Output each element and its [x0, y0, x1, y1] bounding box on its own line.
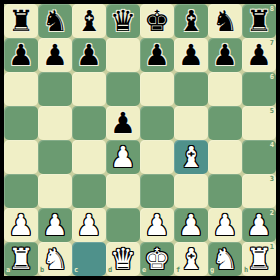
- square-g7[interactable]: ♟: [208, 38, 242, 72]
- coord-rank-4: 4: [270, 142, 274, 149]
- piece-white-pawn[interactable]: ♟: [42, 208, 68, 242]
- coord-rank-8: 8: [270, 6, 274, 13]
- square-e8[interactable]: ♚: [140, 4, 174, 38]
- coord-rank-1: 1: [270, 244, 274, 251]
- square-c5[interactable]: [72, 106, 106, 140]
- square-h7[interactable]: ♟7: [242, 38, 276, 72]
- square-b4[interactable]: [38, 140, 72, 174]
- piece-white-pawn[interactable]: ♟: [178, 208, 204, 242]
- square-a4[interactable]: [4, 140, 38, 174]
- square-g2[interactable]: ♟: [208, 208, 242, 242]
- square-f1[interactable]: ♝f: [174, 242, 208, 276]
- piece-white-pawn[interactable]: ♟: [144, 208, 170, 242]
- square-e7[interactable]: ♟: [140, 38, 174, 72]
- piece-white-pawn[interactable]: ♟: [76, 208, 102, 242]
- square-c8[interactable]: ♝: [72, 4, 106, 38]
- square-h5[interactable]: 5: [242, 106, 276, 140]
- square-d1[interactable]: ♛d: [106, 242, 140, 276]
- coord-file-h: h: [244, 267, 248, 274]
- square-g6[interactable]: [208, 72, 242, 106]
- piece-white-pawn[interactable]: ♟: [246, 208, 272, 242]
- square-g1[interactable]: ♞g: [208, 242, 242, 276]
- piece-white-knight[interactable]: ♞: [42, 242, 68, 276]
- square-d6[interactable]: [106, 72, 140, 106]
- piece-black-knight[interactable]: ♞: [212, 4, 238, 38]
- square-e5[interactable]: [140, 106, 174, 140]
- coord-file-a: a: [6, 267, 10, 274]
- coord-file-f: f: [176, 267, 180, 274]
- coord-file-g: g: [210, 267, 214, 274]
- square-g3[interactable]: [208, 174, 242, 208]
- square-c4[interactable]: [72, 140, 106, 174]
- square-g5[interactable]: [208, 106, 242, 140]
- square-f6[interactable]: [174, 72, 208, 106]
- square-f4[interactable]: ♝: [174, 140, 208, 174]
- square-g4[interactable]: [208, 140, 242, 174]
- piece-white-king[interactable]: ♚: [144, 242, 170, 276]
- square-a3[interactable]: [4, 174, 38, 208]
- square-e3[interactable]: [140, 174, 174, 208]
- piece-white-pawn[interactable]: ♟: [110, 140, 136, 174]
- piece-white-pawn[interactable]: ♟: [8, 208, 34, 242]
- square-c1[interactable]: c: [72, 242, 106, 276]
- square-g8[interactable]: ♞: [208, 4, 242, 38]
- piece-white-rook[interactable]: ♜: [246, 242, 272, 276]
- square-a7[interactable]: ♟: [4, 38, 38, 72]
- square-b3[interactable]: [38, 174, 72, 208]
- piece-white-queen[interactable]: ♛: [110, 242, 136, 276]
- chess-board: ♜♞♝♛♚♝♞♜8♟♟♟♟♟♟♟76♟5♟♝43♟♟♟♟♟♟♟2♜a♞bc♛d♚…: [4, 4, 276, 276]
- piece-white-knight[interactable]: ♞: [212, 242, 238, 276]
- square-c2[interactable]: ♟: [72, 208, 106, 242]
- square-b7[interactable]: ♟: [38, 38, 72, 72]
- square-h1[interactable]: ♜1h: [242, 242, 276, 276]
- square-e1[interactable]: ♚e: [140, 242, 174, 276]
- square-a6[interactable]: [4, 72, 38, 106]
- square-f7[interactable]: ♟: [174, 38, 208, 72]
- piece-black-pawn[interactable]: ♟: [8, 38, 34, 72]
- square-d4[interactable]: ♟: [106, 140, 140, 174]
- square-f3[interactable]: [174, 174, 208, 208]
- square-b1[interactable]: ♞b: [38, 242, 72, 276]
- coord-file-c: c: [74, 267, 78, 274]
- coord-file-d: d: [108, 267, 112, 274]
- coord-rank-3: 3: [270, 176, 274, 183]
- piece-black-pawn[interactable]: ♟: [144, 38, 170, 72]
- square-h4[interactable]: 4: [242, 140, 276, 174]
- square-e2[interactable]: ♟: [140, 208, 174, 242]
- square-e6[interactable]: [140, 72, 174, 106]
- piece-black-knight[interactable]: ♞: [42, 4, 68, 38]
- square-f2[interactable]: ♟: [174, 208, 208, 242]
- square-c6[interactable]: [72, 72, 106, 106]
- square-f8[interactable]: ♝: [174, 4, 208, 38]
- square-e4[interactable]: [140, 140, 174, 174]
- piece-black-bishop[interactable]: ♝: [76, 4, 102, 38]
- piece-black-pawn[interactable]: ♟: [110, 106, 136, 140]
- piece-black-rook[interactable]: ♜: [246, 4, 272, 38]
- piece-black-pawn[interactable]: ♟: [246, 38, 272, 72]
- square-b8[interactable]: ♞: [38, 4, 72, 38]
- piece-black-pawn[interactable]: ♟: [76, 38, 102, 72]
- piece-white-pawn[interactable]: ♟: [212, 208, 238, 242]
- square-a8[interactable]: ♜: [4, 4, 38, 38]
- coord-rank-7: 7: [270, 40, 274, 47]
- piece-black-bishop[interactable]: ♝: [178, 4, 204, 38]
- piece-black-king[interactable]: ♚: [144, 4, 170, 38]
- piece-black-pawn[interactable]: ♟: [42, 38, 68, 72]
- square-d7[interactable]: [106, 38, 140, 72]
- square-d3[interactable]: [106, 174, 140, 208]
- square-h6[interactable]: 6: [242, 72, 276, 106]
- piece-black-queen[interactable]: ♛: [110, 4, 136, 38]
- square-h2[interactable]: ♟2: [242, 208, 276, 242]
- square-f5[interactable]: [174, 106, 208, 140]
- square-a2[interactable]: ♟: [4, 208, 38, 242]
- piece-white-rook[interactable]: ♜: [8, 242, 34, 276]
- piece-white-bishop[interactable]: ♝: [178, 242, 204, 276]
- coord-rank-5: 5: [270, 108, 274, 115]
- piece-black-rook[interactable]: ♜: [8, 4, 34, 38]
- piece-white-bishop[interactable]: ♝: [178, 140, 204, 174]
- square-d5[interactable]: ♟: [106, 106, 140, 140]
- square-b5[interactable]: [38, 106, 72, 140]
- coord-file-e: e: [142, 267, 146, 274]
- square-d2[interactable]: [106, 208, 140, 242]
- square-c3[interactable]: [72, 174, 106, 208]
- coord-rank-6: 6: [270, 74, 274, 81]
- square-b6[interactable]: [38, 72, 72, 106]
- piece-black-pawn[interactable]: ♟: [178, 38, 204, 72]
- square-h8[interactable]: ♜8: [242, 4, 276, 38]
- board-frame: ♜♞♝♛♚♝♞♜8♟♟♟♟♟♟♟76♟5♟♝43♟♟♟♟♟♟♟2♜a♞bc♛d♚…: [0, 0, 280, 280]
- square-a1[interactable]: ♜a: [4, 242, 38, 276]
- square-d8[interactable]: ♛: [106, 4, 140, 38]
- square-a5[interactable]: [4, 106, 38, 140]
- square-c7[interactable]: ♟: [72, 38, 106, 72]
- coord-rank-2: 2: [270, 210, 274, 217]
- square-b2[interactable]: ♟: [38, 208, 72, 242]
- coord-file-b: b: [40, 267, 44, 274]
- square-h3[interactable]: 3: [242, 174, 276, 208]
- piece-black-pawn[interactable]: ♟: [212, 38, 238, 72]
